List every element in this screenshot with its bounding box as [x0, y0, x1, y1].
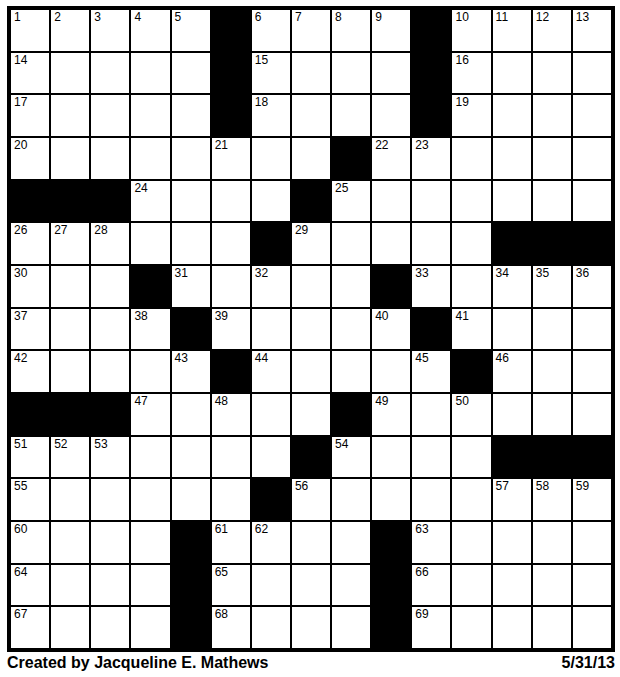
grid-cell[interactable]	[331, 265, 371, 308]
grid-cell[interactable]: 59	[572, 478, 612, 521]
grid-cell[interactable]	[90, 521, 130, 564]
grid-cell[interactable]	[50, 308, 90, 351]
grid-cell[interactable]	[451, 436, 491, 479]
grid-cell[interactable]: 19	[451, 94, 491, 137]
black-cell	[211, 9, 251, 52]
grid-cell[interactable]: 45	[411, 350, 451, 393]
grid-cell[interactable]	[451, 478, 491, 521]
clue-number: 41	[455, 310, 468, 323]
grid-cell[interactable]	[50, 521, 90, 564]
clue-number: 8	[335, 11, 342, 24]
clue-number: 18	[255, 96, 268, 109]
grid-cell[interactable]: 54	[331, 436, 371, 479]
grid-cell[interactable]: 46	[492, 350, 532, 393]
clue-number: 25	[335, 182, 348, 195]
clue-number: 44	[255, 352, 268, 365]
grid-cell[interactable]: 38	[130, 308, 170, 351]
grid-cell[interactable]	[492, 52, 532, 95]
grid-cell[interactable]: 13	[572, 9, 612, 52]
grid-cell[interactable]: 62	[251, 521, 291, 564]
grid-cell[interactable]: 10	[451, 9, 491, 52]
grid-cell[interactable]: 7	[291, 9, 331, 52]
grid-cell[interactable]	[331, 564, 371, 607]
clue-number: 17	[14, 96, 27, 109]
grid-cell[interactable]	[90, 94, 130, 137]
grid-cell[interactable]	[130, 478, 170, 521]
black-cell	[211, 52, 251, 95]
clue-number: 48	[215, 395, 228, 408]
grid-cell[interactable]	[532, 94, 572, 137]
grid-cell[interactable]	[50, 94, 90, 137]
byline: Created by Jacqueline E. Mathews	[7, 654, 268, 672]
grid-cell[interactable]: 37	[10, 308, 50, 351]
grid-cell[interactable]	[130, 606, 170, 649]
clue-number: 12	[536, 11, 549, 24]
grid-cell[interactable]	[50, 137, 90, 180]
grid-cell[interactable]: 3	[90, 9, 130, 52]
grid-cell[interactable]	[371, 180, 411, 223]
grid-cell[interactable]	[291, 94, 331, 137]
grid-cell[interactable]: 63	[411, 521, 451, 564]
clue-number: 35	[536, 267, 549, 280]
clue-number: 36	[576, 267, 589, 280]
grid-cell[interactable]: 58	[532, 478, 572, 521]
grid-cell[interactable]	[90, 564, 130, 607]
grid-cell[interactable]: 61	[211, 521, 251, 564]
clue-number: 52	[54, 438, 67, 451]
grid-cell[interactable]	[291, 265, 331, 308]
clue-number: 54	[335, 438, 348, 451]
grid-cell[interactable]: 28	[90, 222, 130, 265]
clue-number: 15	[255, 54, 268, 67]
grid-cell[interactable]	[371, 52, 411, 95]
grid-cell[interactable]	[451, 222, 491, 265]
clue-number: 4	[134, 11, 141, 24]
grid-cell[interactable]	[251, 180, 291, 223]
clue-number: 49	[375, 395, 388, 408]
grid-cell[interactable]: 25	[331, 180, 371, 223]
clue-number: 40	[375, 310, 388, 323]
clue-number: 29	[295, 224, 308, 237]
grid-cell[interactable]	[492, 521, 532, 564]
grid-cell[interactable]	[532, 52, 572, 95]
grid-cell[interactable]: 34	[492, 265, 532, 308]
grid-cell[interactable]	[331, 478, 371, 521]
grid-cell[interactable]	[251, 606, 291, 649]
clue-number: 51	[14, 438, 27, 451]
black-cell	[211, 94, 251, 137]
grid-cell[interactable]	[211, 180, 251, 223]
clue-number: 57	[496, 480, 509, 493]
clue-number: 32	[255, 267, 268, 280]
black-cell	[171, 308, 211, 351]
grid-cell[interactable]	[90, 265, 130, 308]
grid-cell[interactable]	[291, 393, 331, 436]
clue-number: 68	[215, 608, 228, 621]
grid-cell[interactable]	[291, 308, 331, 351]
clue-number: 1	[14, 11, 21, 24]
grid-cell[interactable]	[171, 222, 211, 265]
grid-cell[interactable]	[291, 350, 331, 393]
grid-cell[interactable]	[171, 94, 211, 137]
black-cell	[211, 350, 251, 393]
black-cell	[532, 436, 572, 479]
black-cell	[572, 436, 612, 479]
black-cell	[291, 436, 331, 479]
grid-cell[interactable]	[492, 94, 532, 137]
grid-cell[interactable]	[411, 222, 451, 265]
clue-number: 58	[536, 480, 549, 493]
clue-number: 23	[415, 139, 428, 152]
clue-number: 16	[455, 54, 468, 67]
clue-number: 38	[134, 310, 147, 323]
grid-cell[interactable]: 11	[492, 9, 532, 52]
grid-cell[interactable]	[130, 350, 170, 393]
clue-number: 14	[14, 54, 27, 67]
grid-cell[interactable]: 57	[492, 478, 532, 521]
grid-cell[interactable]	[171, 137, 211, 180]
grid-cell[interactable]	[50, 606, 90, 649]
grid-cell[interactable]: 31	[171, 265, 211, 308]
grid-cell[interactable]	[411, 436, 451, 479]
grid-cell[interactable]: 52	[50, 436, 90, 479]
grid-cell[interactable]	[371, 222, 411, 265]
clue-number: 24	[134, 182, 147, 195]
grid-cell[interactable]	[171, 436, 211, 479]
grid-cell[interactable]	[371, 436, 411, 479]
grid-cell[interactable]: 1	[10, 9, 50, 52]
black-cell	[572, 222, 612, 265]
grid-cell[interactable]: 33	[411, 265, 451, 308]
grid-cell[interactable]	[171, 393, 211, 436]
grid-cell[interactable]	[451, 265, 491, 308]
grid-cell[interactable]: 44	[251, 350, 291, 393]
clue-number: 47	[134, 395, 147, 408]
black-cell	[411, 52, 451, 95]
grid-cell[interactable]	[90, 606, 130, 649]
clue-number: 6	[255, 11, 262, 24]
grid-cell[interactable]	[331, 308, 371, 351]
grid-cell[interactable]	[130, 564, 170, 607]
grid-cell[interactable]	[492, 564, 532, 607]
grid-cell[interactable]	[532, 308, 572, 351]
black-cell	[171, 564, 211, 607]
grid-cell[interactable]	[572, 606, 612, 649]
clue-number: 69	[415, 608, 428, 621]
black-cell	[492, 436, 532, 479]
grid-cell[interactable]	[211, 222, 251, 265]
clue-number: 5	[175, 11, 182, 24]
clue-number: 60	[14, 523, 27, 536]
black-cell	[532, 222, 572, 265]
grid-cell[interactable]	[572, 564, 612, 607]
clue-number: 19	[455, 96, 468, 109]
clue-number: 30	[14, 267, 27, 280]
grid-cell[interactable]	[451, 137, 491, 180]
grid-cell[interactable]: 32	[251, 265, 291, 308]
grid-cell[interactable]	[572, 350, 612, 393]
clue-number: 42	[14, 352, 27, 365]
black-cell	[411, 94, 451, 137]
clue-number: 11	[496, 11, 508, 24]
grid-cell[interactable]	[371, 350, 411, 393]
grid-cell[interactable]: 26	[10, 222, 50, 265]
grid-cell[interactable]	[130, 94, 170, 137]
grid-cell[interactable]	[130, 137, 170, 180]
black-cell	[251, 222, 291, 265]
grid-cell[interactable]	[572, 180, 612, 223]
grid-cell[interactable]: 16	[451, 52, 491, 95]
black-cell	[50, 180, 90, 223]
grid-cell[interactable]	[451, 564, 491, 607]
grid-cell[interactable]	[572, 137, 612, 180]
grid-cell[interactable]	[251, 564, 291, 607]
clue-number: 28	[94, 224, 107, 237]
clue-number: 37	[14, 310, 27, 323]
grid-cell[interactable]	[291, 521, 331, 564]
grid-cell[interactable]	[331, 521, 371, 564]
grid-cell[interactable]	[331, 350, 371, 393]
grid-cell[interactable]	[130, 52, 170, 95]
grid-cell[interactable]: 35	[532, 265, 572, 308]
clue-number: 64	[14, 566, 27, 579]
grid-cell[interactable]	[130, 222, 170, 265]
grid-cell[interactable]	[331, 52, 371, 95]
black-cell	[492, 222, 532, 265]
grid-cell[interactable]: 40	[371, 308, 411, 351]
clue-number: 7	[295, 11, 302, 24]
grid-cell[interactable]	[492, 606, 532, 649]
grid-cell[interactable]: 4	[130, 9, 170, 52]
grid-cell[interactable]: 22	[371, 137, 411, 180]
grid-cell[interactable]: 65	[211, 564, 251, 607]
grid-cell[interactable]	[291, 606, 331, 649]
clue-number: 46	[496, 352, 509, 365]
grid-cell[interactable]: 41	[451, 308, 491, 351]
grid-cell[interactable]	[532, 521, 572, 564]
grid-cell[interactable]: 27	[50, 222, 90, 265]
grid-cell[interactable]	[90, 350, 130, 393]
grid-cell[interactable]: 50	[451, 393, 491, 436]
grid-cell[interactable]: 23	[411, 137, 451, 180]
grid-cell[interactable]	[331, 94, 371, 137]
black-cell	[331, 393, 371, 436]
grid-cell[interactable]	[211, 265, 251, 308]
clue-number: 22	[375, 139, 388, 152]
grid-cell[interactable]: 36	[572, 265, 612, 308]
black-cell	[171, 606, 211, 649]
grid-cell[interactable]: 55	[10, 478, 50, 521]
grid-cell[interactable]: 64	[10, 564, 50, 607]
grid-cell[interactable]	[50, 564, 90, 607]
grid-cell[interactable]	[572, 308, 612, 351]
grid-cell[interactable]	[251, 436, 291, 479]
clue-number: 43	[175, 352, 188, 365]
grid-cell[interactable]	[451, 606, 491, 649]
clue-number: 45	[415, 352, 428, 365]
grid-cell[interactable]	[371, 94, 411, 137]
clue-number: 39	[215, 310, 228, 323]
grid-cell[interactable]	[572, 393, 612, 436]
grid-cell[interactable]	[532, 393, 572, 436]
grid-cell[interactable]: 12	[532, 9, 572, 52]
clue-number: 67	[14, 608, 27, 621]
black-cell	[371, 606, 411, 649]
crossword-page: { "game": "crossword", "board": { "rows"…	[0, 0, 620, 677]
grid-cell[interactable]	[331, 222, 371, 265]
clue-number: 9	[375, 11, 382, 24]
grid-cell[interactable]	[572, 52, 612, 95]
black-cell	[451, 350, 491, 393]
grid-cell[interactable]: 6	[251, 9, 291, 52]
clue-number: 26	[14, 224, 27, 237]
grid-cell[interactable]: 29	[291, 222, 331, 265]
clue-number: 13	[576, 11, 589, 24]
grid-cell[interactable]	[171, 180, 211, 223]
black-cell	[90, 180, 130, 223]
grid-cell[interactable]: 21	[211, 137, 251, 180]
grid-cell[interactable]: 5	[171, 9, 211, 52]
grid-cell[interactable]: 18	[251, 94, 291, 137]
grid-cell[interactable]	[50, 478, 90, 521]
black-cell	[411, 9, 451, 52]
grid-cell[interactable]	[411, 180, 451, 223]
clue-number: 31	[175, 267, 188, 280]
grid-cell[interactable]: 30	[10, 265, 50, 308]
grid-cell[interactable]	[251, 137, 291, 180]
grid-cell[interactable]: 51	[10, 436, 50, 479]
grid-cell[interactable]: 47	[130, 393, 170, 436]
grid-cell[interactable]: 24	[130, 180, 170, 223]
clue-number: 62	[255, 523, 268, 536]
grid-cell[interactable]	[90, 308, 130, 351]
grid-cell[interactable]: 39	[211, 308, 251, 351]
black-cell	[10, 180, 50, 223]
black-cell	[10, 393, 50, 436]
puzzle-date: 5/31/13	[562, 654, 615, 672]
clue-number: 21	[215, 139, 228, 152]
grid-cell[interactable]: 67	[10, 606, 50, 649]
grid-cell[interactable]	[211, 436, 251, 479]
black-cell	[90, 393, 130, 436]
grid-cell[interactable]	[532, 564, 572, 607]
grid-cell[interactable]: 15	[251, 52, 291, 95]
grid-cell[interactable]	[492, 308, 532, 351]
clue-number: 53	[94, 438, 107, 451]
grid-cell[interactable]	[492, 393, 532, 436]
clue-number: 34	[496, 267, 509, 280]
clue-number: 50	[455, 395, 468, 408]
clue-number: 3	[94, 11, 101, 24]
grid-cell[interactable]: 60	[10, 521, 50, 564]
clue-number: 20	[14, 139, 27, 152]
grid-cell[interactable]	[90, 52, 130, 95]
grid-cell[interactable]	[251, 393, 291, 436]
grid-cell[interactable]	[211, 478, 251, 521]
grid-cell[interactable]	[130, 436, 170, 479]
grid-cell[interactable]	[291, 52, 331, 95]
grid-cell[interactable]: 42	[10, 350, 50, 393]
black-cell	[331, 137, 371, 180]
grid-cell[interactable]: 49	[371, 393, 411, 436]
grid-cell[interactable]: 14	[10, 52, 50, 95]
grid-cell[interactable]	[171, 478, 211, 521]
black-cell	[171, 521, 211, 564]
grid-cell[interactable]	[492, 180, 532, 223]
grid-cell[interactable]: 43	[171, 350, 211, 393]
grid-cell[interactable]: 9	[371, 9, 411, 52]
grid-cell[interactable]: 56	[291, 478, 331, 521]
crossword-grid: 1234567891011121314151617181920212223242…	[7, 6, 615, 652]
grid-cell[interactable]: 2	[50, 9, 90, 52]
grid-cell[interactable]	[90, 137, 130, 180]
grid-cell[interactable]	[130, 521, 170, 564]
clue-number: 33	[415, 267, 428, 280]
grid-cell[interactable]	[50, 350, 90, 393]
grid-cell[interactable]	[492, 137, 532, 180]
clue-number: 27	[54, 224, 67, 237]
grid-cell[interactable]	[451, 180, 491, 223]
black-cell	[371, 265, 411, 308]
grid-cell[interactable]	[371, 478, 411, 521]
black-cell	[411, 308, 451, 351]
grid-cell[interactable]	[532, 180, 572, 223]
clue-number: 56	[295, 480, 308, 493]
black-cell	[371, 521, 411, 564]
clue-number: 2	[54, 11, 61, 24]
grid-cell[interactable]: 17	[10, 94, 50, 137]
grid-cell[interactable]	[50, 52, 90, 95]
clue-number: 66	[415, 566, 428, 579]
grid-cell[interactable]	[331, 606, 371, 649]
grid-cell[interactable]: 48	[211, 393, 251, 436]
black-cell	[130, 265, 170, 308]
grid-cell[interactable]	[532, 606, 572, 649]
clue-number: 61	[215, 523, 228, 536]
black-cell	[50, 393, 90, 436]
grid-cell[interactable]: 69	[411, 606, 451, 649]
grid-cell[interactable]	[291, 564, 331, 607]
grid-cell[interactable]	[411, 393, 451, 436]
grid-cell[interactable]: 53	[90, 436, 130, 479]
grid-cell[interactable]	[411, 478, 451, 521]
clue-number: 55	[14, 480, 27, 493]
black-cell	[291, 180, 331, 223]
grid-cell[interactable]: 66	[411, 564, 451, 607]
grid-cell[interactable]	[572, 521, 612, 564]
grid-cell[interactable]	[50, 265, 90, 308]
grid-cell[interactable]	[572, 94, 612, 137]
grid-cell[interactable]: 68	[211, 606, 251, 649]
grid-cell[interactable]	[171, 52, 211, 95]
grid-cell[interactable]	[90, 478, 130, 521]
grid-cell[interactable]	[451, 521, 491, 564]
clue-number: 63	[415, 523, 428, 536]
clue-number: 59	[576, 480, 589, 493]
grid-cell[interactable]	[532, 137, 572, 180]
clue-number: 10	[455, 11, 468, 24]
black-cell	[371, 564, 411, 607]
grid-footer: Created by Jacqueline E. Mathews 5/31/13	[7, 652, 615, 672]
grid-cell[interactable]	[532, 350, 572, 393]
grid-cell[interactable]: 8	[331, 9, 371, 52]
grid-cell[interactable]	[291, 137, 331, 180]
clue-number: 65	[215, 566, 228, 579]
black-cell	[251, 478, 291, 521]
grid-cell[interactable]: 20	[10, 137, 50, 180]
grid-cell[interactable]	[251, 308, 291, 351]
